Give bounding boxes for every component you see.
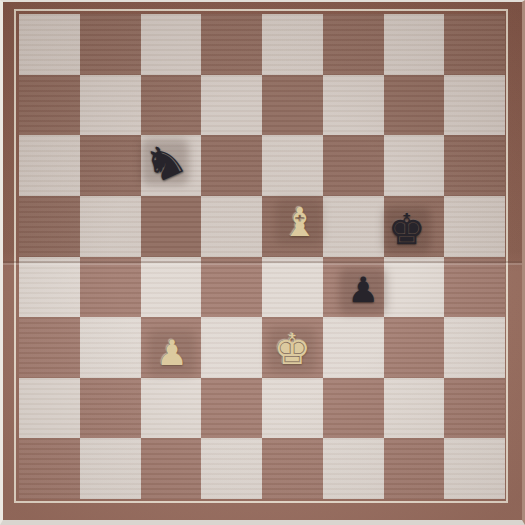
chessboard-photo: ♞♝♚♟♟♚	[0, 0, 525, 525]
white-pawn-icon: ♟	[156, 336, 187, 371]
black-pawn-icon: ♟	[347, 273, 378, 308]
white-bishop-piece[interactable]: ♝	[268, 191, 330, 253]
white-king-piece[interactable]: ♚	[261, 319, 323, 381]
pieces-layer: ♞♝♚♟♟♚	[3, 2, 522, 520]
white-pawn-piece[interactable]: ♟	[141, 322, 203, 384]
black-king-icon: ♚	[388, 209, 426, 251]
white-bishop-icon: ♝	[281, 202, 317, 242]
black-knight-piece[interactable]: ♞	[134, 131, 196, 193]
black-king-piece[interactable]: ♚	[376, 199, 438, 261]
white-king-icon: ♚	[274, 329, 312, 371]
black-pawn-piece[interactable]: ♟	[332, 260, 394, 322]
